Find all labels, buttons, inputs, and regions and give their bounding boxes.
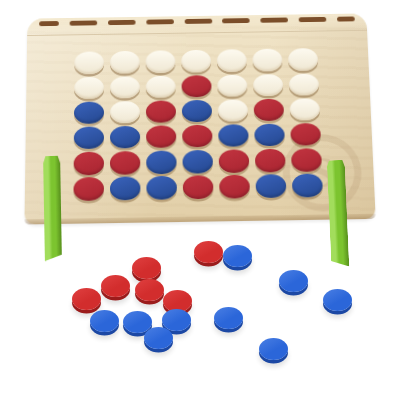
- loose-red-disc[interactable]: [132, 257, 161, 279]
- scene: S: [0, 0, 400, 400]
- loose-red-disc[interactable]: [72, 288, 101, 310]
- loose-blue-disc[interactable]: [214, 307, 243, 329]
- loose-blue-disc[interactable]: [259, 338, 288, 360]
- loose-blue-disc[interactable]: [144, 327, 173, 349]
- loose-red-disc[interactable]: [101, 275, 130, 297]
- loose-blue-disc[interactable]: [323, 289, 352, 311]
- loose-blue-disc[interactable]: [223, 245, 252, 267]
- loose-blue-disc[interactable]: [279, 270, 308, 292]
- loose-pieces-area: [0, 0, 400, 400]
- loose-red-disc[interactable]: [135, 279, 164, 301]
- loose-red-disc[interactable]: [194, 241, 223, 263]
- loose-blue-disc[interactable]: [90, 310, 119, 332]
